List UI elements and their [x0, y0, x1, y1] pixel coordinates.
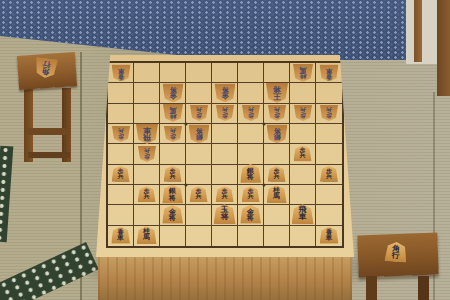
piece-7f-pawn-sente[interactable]: 歩兵: [164, 166, 182, 182]
piece-kanji: 兵: [195, 108, 201, 114]
square-4c[interactable]: 歩兵: [238, 104, 264, 124]
square-7b[interactable]: 金将: [160, 83, 186, 103]
square-2a[interactable]: 桂馬: [290, 63, 316, 83]
hoshi-dot: [184, 123, 187, 126]
piece-3d-silver-gote[interactable]: 銀将: [266, 124, 287, 143]
piece-5b-gold-gote[interactable]: 金将: [214, 83, 235, 102]
piece-kanji: 兵: [273, 173, 279, 179]
piece-kanji: 車: [326, 235, 333, 241]
wood-post: [414, 0, 422, 62]
piece-kanji: 王: [273, 93, 281, 100]
piece-6c-pawn-gote[interactable]: 歩兵: [190, 105, 208, 121]
piece-kanji: 行: [392, 252, 400, 260]
komadai-leg: [366, 276, 377, 300]
piece-kanji: 兵: [326, 173, 332, 179]
piece-2h-rook-sente[interactable]: 飛車: [292, 204, 314, 224]
square-4a[interactable]: [238, 63, 264, 83]
piece-kanji: 兵: [143, 149, 149, 155]
piece-kanji: 将: [273, 86, 281, 93]
piece-9i-lance-sente[interactable]: 香車: [111, 227, 130, 244]
square-6h[interactable]: [186, 205, 212, 225]
square-3a[interactable]: [264, 63, 290, 83]
square-8i[interactable]: 桂馬: [134, 226, 160, 246]
piece-7b-gold-gote[interactable]: 金将: [162, 83, 183, 102]
komadai-leg: [418, 276, 429, 300]
square-3d[interactable]: 銀将: [264, 124, 290, 144]
square-3b[interactable]: 王将: [264, 83, 290, 103]
piece-kanji: 兵: [326, 108, 332, 114]
piece-3c-pawn-gote[interactable]: 歩兵: [268, 105, 286, 121]
square-5b[interactable]: 金将: [212, 83, 238, 103]
piece-kanji: 兵: [247, 194, 253, 200]
square-8b[interactable]: [134, 83, 160, 103]
board-front-face: [98, 255, 352, 300]
piece-2a-knight-gote[interactable]: 桂馬: [293, 64, 313, 82]
square-5f[interactable]: [212, 165, 238, 185]
hoshi-dot: [262, 184, 265, 187]
komadai-gote: 角行: [16, 50, 80, 170]
piece-kanji: 歩: [326, 113, 332, 119]
square-8g[interactable]: 歩兵: [134, 185, 160, 205]
piece-kanji: 兵: [247, 108, 253, 114]
square-2e[interactable]: 歩兵: [290, 144, 316, 164]
piece-kanji: 歩: [221, 113, 227, 119]
square-5h[interactable]: 玉将: [212, 205, 238, 225]
square-6b[interactable]: [186, 83, 212, 103]
piece-9a-lance-gote[interactable]: 香車: [111, 64, 130, 81]
piece-8i-knight-sente[interactable]: 桂馬: [137, 226, 157, 244]
shogi-board: 香車桂馬香車金将金将王将桂馬歩兵歩兵歩兵歩兵歩兵歩兵歩兵飛車歩兵銀将銀将歩兵歩兵…: [96, 55, 354, 257]
square-9c[interactable]: [108, 104, 134, 124]
square-6g[interactable]: 歩兵: [186, 185, 212, 205]
square-9g[interactable]: [108, 185, 134, 205]
square-8a[interactable]: [134, 63, 160, 83]
square-2d[interactable]: [290, 124, 316, 144]
piece-1f-pawn-sente[interactable]: 歩兵: [320, 166, 338, 182]
square-1d[interactable]: [316, 124, 342, 144]
piece-kanji: 兵: [117, 128, 123, 134]
piece-kanji: 兵: [143, 194, 149, 200]
piece-9d-pawn-gote[interactable]: 歩兵: [112, 126, 130, 142]
komadai-sente: 角行: [356, 226, 444, 300]
piece-kanji: 兵: [221, 108, 227, 114]
piece-kanji: 車: [326, 67, 333, 73]
piece-7g-silver-sente[interactable]: 銀将: [162, 184, 183, 203]
piece-kanji: 歩: [247, 113, 253, 119]
piece-7d-pawn-gote[interactable]: 歩兵: [164, 126, 182, 142]
square-3e[interactable]: [264, 144, 290, 164]
square-4h[interactable]: 金将: [238, 205, 264, 225]
board-grid: 香車桂馬香車金将金将王将桂馬歩兵歩兵歩兵歩兵歩兵歩兵歩兵飛車歩兵銀将銀将歩兵歩兵…: [106, 61, 344, 248]
square-6i[interactable]: [186, 226, 212, 246]
square-7a[interactable]: [160, 63, 186, 83]
piece-6g-pawn-sente[interactable]: 歩兵: [190, 186, 208, 202]
square-1c[interactable]: 歩兵: [316, 104, 342, 124]
piece-3b-king-gote[interactable]: 王将: [266, 83, 288, 103]
piece-kanji: 将: [273, 127, 280, 134]
piece-kanji: 兵: [195, 194, 201, 200]
square-1e[interactable]: [316, 144, 342, 164]
square-6a[interactable]: [186, 63, 212, 83]
square-2f[interactable]: [290, 165, 316, 185]
square-9b[interactable]: [108, 83, 134, 103]
piece-kanji: 将: [169, 214, 176, 221]
piece-kanji: 車: [299, 214, 307, 221]
piece-kanji: 兵: [169, 173, 175, 179]
square-8c[interactable]: [134, 104, 160, 124]
piece-kanji: 将: [247, 173, 254, 180]
square-3c[interactable]: 歩兵: [264, 104, 290, 124]
piece-kanji: 馬: [143, 235, 150, 241]
piece-kanji: 馬: [299, 66, 306, 72]
piece-kanji: 車: [117, 235, 124, 241]
square-1a[interactable]: 香車: [316, 63, 342, 83]
piece-1a-lance-gote[interactable]: 香車: [320, 64, 339, 81]
piece-kanji: 将: [195, 127, 202, 134]
square-1i[interactable]: 香車: [316, 226, 342, 246]
piece-kanji: 桂: [169, 113, 176, 119]
piece-kanji: 馬: [169, 107, 176, 113]
square-2h[interactable]: 飛車: [290, 205, 316, 225]
square-9e[interactable]: [108, 144, 134, 164]
piece-kanji: 将: [247, 214, 254, 221]
square-7d[interactable]: 歩兵: [160, 124, 186, 144]
square-2g[interactable]: [290, 185, 316, 205]
piece-1c-pawn-gote[interactable]: 歩兵: [320, 105, 338, 121]
square-8e[interactable]: 歩兵: [134, 144, 160, 164]
square-6f[interactable]: [186, 165, 212, 185]
piece-4g-pawn-sente[interactable]: 歩兵: [242, 186, 260, 202]
piece-kanji: 兵: [299, 153, 305, 159]
square-5d[interactable]: [212, 124, 238, 144]
komadai-stretcher: [28, 152, 70, 158]
square-6e[interactable]: [186, 144, 212, 164]
square-9h[interactable]: [108, 205, 134, 225]
square-6d[interactable]: 銀将: [186, 124, 212, 144]
hoshi-dot: [184, 184, 187, 187]
square-6c[interactable]: 歩兵: [186, 104, 212, 124]
komadai-leg: [24, 86, 33, 162]
piece-3g-knight-sente[interactable]: 桂馬: [267, 185, 287, 203]
piece-7h-gold-sente[interactable]: 金将: [162, 205, 183, 224]
square-2i[interactable]: [290, 226, 316, 246]
piece-kanji: 歩: [273, 113, 279, 119]
komadai-stretcher: [26, 128, 70, 135]
piece-8e-pawn-gote[interactable]: 歩兵: [138, 146, 156, 162]
piece-1i-lance-sente[interactable]: 香車: [320, 227, 339, 244]
square-7h[interactable]: 金将: [160, 205, 186, 225]
square-4e[interactable]: [238, 144, 264, 164]
piece-3f-pawn-sente[interactable]: 歩兵: [268, 166, 286, 182]
piece-kanji: 将: [169, 86, 176, 93]
square-1b[interactable]: [316, 83, 342, 103]
square-7f[interactable]: 歩兵: [160, 165, 186, 185]
square-7e[interactable]: [160, 144, 186, 164]
square-3h[interactable]: [264, 205, 290, 225]
wood-post: [437, 0, 450, 96]
piece-kanji: 兵: [221, 194, 227, 200]
square-8d[interactable]: 飛車: [134, 124, 160, 144]
piece-6d-silver-gote[interactable]: 銀将: [188, 124, 209, 143]
square-7g[interactable]: 銀将: [160, 185, 186, 205]
piece-4f-silver-sente[interactable]: 銀将: [240, 164, 261, 183]
piece-5c-pawn-gote[interactable]: 歩兵: [216, 105, 234, 121]
square-3g[interactable]: 桂馬: [264, 185, 290, 205]
piece-5h-king-sente[interactable]: 玉将: [214, 204, 236, 224]
piece-kanji: 兵: [169, 128, 175, 134]
square-7c[interactable]: 桂馬: [160, 104, 186, 124]
piece-kanji: 歩: [195, 113, 201, 119]
piece-5g-pawn-sente[interactable]: 歩兵: [216, 186, 234, 202]
square-9a[interactable]: 香車: [108, 63, 134, 83]
square-5i[interactable]: [212, 226, 238, 246]
square-9f[interactable]: 歩兵: [108, 165, 134, 185]
piece-kanji: 将: [169, 194, 176, 201]
piece-8d-rook-gote[interactable]: 飛車: [136, 124, 158, 144]
square-2b[interactable]: [290, 83, 316, 103]
square-4d[interactable]: [238, 124, 264, 144]
hoshi-dot: [262, 123, 265, 126]
piece-7c-knight-gote[interactable]: 桂馬: [163, 104, 183, 122]
square-2c[interactable]: 歩兵: [290, 104, 316, 124]
piece-kanji: 車: [117, 67, 124, 73]
piece-2e-pawn-sente[interactable]: 歩兵: [294, 145, 312, 161]
piece-kanji: 将: [221, 214, 229, 221]
piece-kanji: 車: [143, 126, 151, 133]
komadai-leg: [62, 88, 71, 162]
piece-kanji: 歩: [299, 113, 305, 119]
square-7i[interactable]: [160, 226, 186, 246]
shogi-scene: 角行 香車桂馬香車金将金将王将桂馬歩兵歩兵歩兵歩兵歩兵歩兵歩兵飛車歩兵銀将銀将歩…: [0, 0, 450, 300]
square-8h[interactable]: [134, 205, 160, 225]
piece-kanji: 兵: [117, 173, 123, 179]
square-4b[interactable]: [238, 83, 264, 103]
square-5c[interactable]: 歩兵: [212, 104, 238, 124]
square-4i[interactable]: [238, 226, 264, 246]
piece-9f-pawn-sente[interactable]: 歩兵: [112, 166, 130, 182]
square-1f[interactable]: 歩兵: [316, 165, 342, 185]
square-1g[interactable]: [316, 185, 342, 205]
piece-4c-pawn-gote[interactable]: 歩兵: [242, 105, 260, 121]
piece-8g-pawn-sente[interactable]: 歩兵: [138, 186, 156, 202]
square-3f[interactable]: 歩兵: [264, 165, 290, 185]
piece-kanji: 兵: [273, 108, 279, 114]
square-5e[interactable]: [212, 144, 238, 164]
piece-kanji: 将: [221, 86, 228, 93]
square-5a[interactable]: [212, 63, 238, 83]
square-9i[interactable]: 香車: [108, 226, 134, 246]
piece-2c-pawn-gote[interactable]: 歩兵: [294, 105, 312, 121]
piece-kanji: 兵: [299, 108, 305, 114]
square-3i[interactable]: [264, 226, 290, 246]
piece-kanji: 馬: [273, 194, 280, 200]
square-8f[interactable]: [134, 165, 160, 185]
square-9d[interactable]: 歩兵: [108, 124, 134, 144]
piece-4h-gold-sente[interactable]: 金将: [240, 205, 261, 224]
square-5g[interactable]: 歩兵: [212, 185, 238, 205]
piece-kanji: 行: [42, 60, 51, 68]
square-1h[interactable]: [316, 205, 342, 225]
square-4f[interactable]: 銀将: [238, 165, 264, 185]
square-4g[interactable]: 歩兵: [238, 185, 264, 205]
